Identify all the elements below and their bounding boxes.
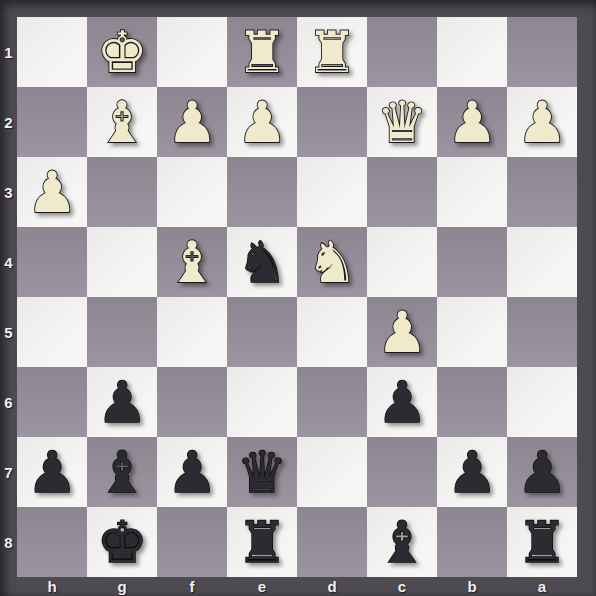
square-c3[interactable] (367, 157, 437, 227)
square-b5[interactable] (437, 297, 507, 367)
square-f4[interactable]: ♝ (157, 227, 227, 297)
square-h3[interactable]: ♟ (17, 157, 87, 227)
file-label-e: e (227, 577, 297, 596)
rank-label-3: 3 (0, 157, 17, 227)
square-h8[interactable] (17, 507, 87, 577)
file-label-f: f (157, 577, 227, 596)
square-g4[interactable] (87, 227, 157, 297)
square-g7[interactable]: ♝ (87, 437, 157, 507)
rank-label-5: 5 (0, 297, 17, 367)
piece-black-queen-e7[interactable]: ♛ (227, 437, 297, 507)
square-d8[interactable] (297, 507, 367, 577)
rank-label-4: 4 (0, 227, 17, 297)
piece-white-rook-e1[interactable]: ♜ (227, 17, 297, 87)
square-d2[interactable] (297, 87, 367, 157)
piece-black-pawn-g6[interactable]: ♟ (87, 367, 157, 437)
chess-board: ♚♜♜♝♟♟♛♟♟♟♝♞♞♟♟♟♟♝♟♛♟♟♚♜♝♜ (17, 17, 577, 577)
rank-label-6: 6 (0, 367, 17, 437)
square-h5[interactable] (17, 297, 87, 367)
file-label-c: c (367, 577, 437, 596)
square-g3[interactable] (87, 157, 157, 227)
piece-black-king-g8[interactable]: ♚ (87, 507, 157, 577)
square-b8[interactable] (437, 507, 507, 577)
file-label-a: a (507, 577, 577, 596)
square-a2[interactable]: ♟ (507, 87, 577, 157)
square-e4[interactable]: ♞ (227, 227, 297, 297)
square-b3[interactable] (437, 157, 507, 227)
file-label-h: h (17, 577, 87, 596)
file-label-g: g (87, 577, 157, 596)
square-a5[interactable] (507, 297, 577, 367)
square-f2[interactable]: ♟ (157, 87, 227, 157)
piece-black-pawn-f7[interactable]: ♟ (157, 437, 227, 507)
square-e3[interactable] (227, 157, 297, 227)
rank-label-1: 1 (0, 17, 17, 87)
piece-white-pawn-a2[interactable]: ♟ (507, 87, 577, 157)
square-c6[interactable]: ♟ (367, 367, 437, 437)
square-e5[interactable] (227, 297, 297, 367)
square-d5[interactable] (297, 297, 367, 367)
piece-black-pawn-a7[interactable]: ♟ (507, 437, 577, 507)
piece-black-rook-a8[interactable]: ♜ (507, 507, 577, 577)
square-a3[interactable] (507, 157, 577, 227)
square-e2[interactable]: ♟ (227, 87, 297, 157)
square-c4[interactable] (367, 227, 437, 297)
square-a1[interactable] (507, 17, 577, 87)
square-h1[interactable] (17, 17, 87, 87)
piece-white-knight-d4[interactable]: ♞ (297, 227, 367, 297)
square-e6[interactable] (227, 367, 297, 437)
piece-white-pawn-f2[interactable]: ♟ (157, 87, 227, 157)
square-d3[interactable] (297, 157, 367, 227)
square-g5[interactable] (87, 297, 157, 367)
square-a6[interactable] (507, 367, 577, 437)
square-e8[interactable]: ♜ (227, 507, 297, 577)
square-h2[interactable] (17, 87, 87, 157)
square-f6[interactable] (157, 367, 227, 437)
piece-white-pawn-e2[interactable]: ♟ (227, 87, 297, 157)
square-b6[interactable] (437, 367, 507, 437)
square-c5[interactable]: ♟ (367, 297, 437, 367)
piece-white-rook-d1[interactable]: ♜ (297, 17, 367, 87)
rank-label-2: 2 (0, 87, 17, 157)
piece-black-rook-e8[interactable]: ♜ (227, 507, 297, 577)
square-e1[interactable]: ♜ (227, 17, 297, 87)
square-f7[interactable]: ♟ (157, 437, 227, 507)
square-g2[interactable]: ♝ (87, 87, 157, 157)
square-a7[interactable]: ♟ (507, 437, 577, 507)
rank-label-7: 7 (0, 437, 17, 507)
square-g1[interactable]: ♚ (87, 17, 157, 87)
piece-white-pawn-h3[interactable]: ♟ (17, 157, 87, 227)
square-h4[interactable] (17, 227, 87, 297)
square-f5[interactable] (157, 297, 227, 367)
piece-black-knight-e4[interactable]: ♞ (227, 227, 297, 297)
square-e7[interactable]: ♛ (227, 437, 297, 507)
square-c8[interactable]: ♝ (367, 507, 437, 577)
square-b1[interactable] (437, 17, 507, 87)
piece-black-pawn-h7[interactable]: ♟ (17, 437, 87, 507)
piece-black-bishop-c8[interactable]: ♝ (367, 507, 437, 577)
piece-white-pawn-b2[interactable]: ♟ (437, 87, 507, 157)
piece-white-bishop-g2[interactable]: ♝ (87, 87, 157, 157)
piece-white-queen-c2[interactable]: ♛ (367, 87, 437, 157)
piece-black-pawn-c6[interactable]: ♟ (367, 367, 437, 437)
square-a8[interactable]: ♜ (507, 507, 577, 577)
square-f3[interactable] (157, 157, 227, 227)
square-d4[interactable]: ♞ (297, 227, 367, 297)
square-b2[interactable]: ♟ (437, 87, 507, 157)
piece-black-bishop-g7[interactable]: ♝ (87, 437, 157, 507)
piece-white-bishop-f4[interactable]: ♝ (157, 227, 227, 297)
square-a4[interactable] (507, 227, 577, 297)
square-f1[interactable] (157, 17, 227, 87)
square-h6[interactable] (17, 367, 87, 437)
piece-black-pawn-b7[interactable]: ♟ (437, 437, 507, 507)
square-g6[interactable]: ♟ (87, 367, 157, 437)
square-d7[interactable] (297, 437, 367, 507)
square-b4[interactable] (437, 227, 507, 297)
square-g8[interactable]: ♚ (87, 507, 157, 577)
file-label-b: b (437, 577, 507, 596)
rank-label-8: 8 (0, 507, 17, 577)
file-label-d: d (297, 577, 367, 596)
piece-white-pawn-c5[interactable]: ♟ (367, 297, 437, 367)
piece-white-king-g1[interactable]: ♚ (87, 17, 157, 87)
square-c2[interactable]: ♛ (367, 87, 437, 157)
square-c1[interactable] (367, 17, 437, 87)
square-d6[interactable] (297, 367, 367, 437)
square-b7[interactable]: ♟ (437, 437, 507, 507)
square-f8[interactable] (157, 507, 227, 577)
square-h7[interactable]: ♟ (17, 437, 87, 507)
square-c7[interactable] (367, 437, 437, 507)
chess-board-frame: ♚♜♜♝♟♟♛♟♟♟♝♞♞♟♟♟♟♝♟♛♟♟♚♜♝♜ 12345678hgfed… (0, 0, 596, 596)
square-d1[interactable]: ♜ (297, 17, 367, 87)
